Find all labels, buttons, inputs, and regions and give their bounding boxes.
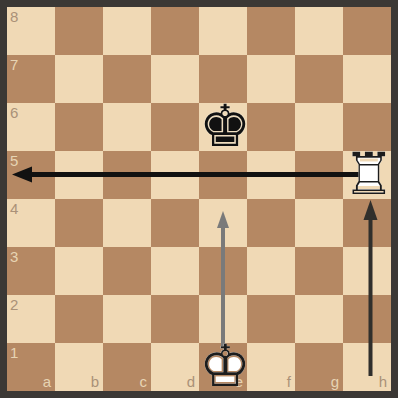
piece-black-king[interactable]: ♚ xyxy=(199,103,247,151)
square-c3[interactable] xyxy=(103,247,151,295)
square-b7[interactable] xyxy=(55,55,103,103)
square-g3[interactable] xyxy=(295,247,343,295)
rank-label-1: 1 xyxy=(10,345,18,360)
square-c2[interactable] xyxy=(103,295,151,343)
black-king-glyph: ♚ xyxy=(199,97,247,155)
file-label-c: c xyxy=(140,374,148,389)
rank-label-2: 2 xyxy=(10,297,18,312)
square-h3[interactable] xyxy=(343,247,391,295)
square-b2[interactable] xyxy=(55,295,103,343)
rank-label-6: 6 xyxy=(10,105,18,120)
square-f1[interactable]: f xyxy=(247,343,295,391)
square-g8[interactable] xyxy=(295,7,343,55)
square-c1[interactable]: c xyxy=(103,343,151,391)
square-h7[interactable] xyxy=(343,55,391,103)
rank-label-4: 4 xyxy=(10,201,18,216)
square-a7[interactable]: 7 xyxy=(7,55,55,103)
square-b1[interactable]: b xyxy=(55,343,103,391)
file-label-b: b xyxy=(91,374,99,389)
square-d7[interactable] xyxy=(151,55,199,103)
square-d3[interactable] xyxy=(151,247,199,295)
square-d2[interactable] xyxy=(151,295,199,343)
square-g4[interactable] xyxy=(295,199,343,247)
square-b3[interactable] xyxy=(55,247,103,295)
square-h8[interactable] xyxy=(343,7,391,55)
square-a8[interactable]: 8 xyxy=(7,7,55,55)
square-f4[interactable] xyxy=(247,199,295,247)
square-a5[interactable]: 5 xyxy=(7,151,55,199)
square-a6[interactable]: 6 xyxy=(7,103,55,151)
square-f8[interactable] xyxy=(247,7,295,55)
square-f5[interactable] xyxy=(247,151,295,199)
square-g5[interactable] xyxy=(295,151,343,199)
square-e8[interactable] xyxy=(199,7,247,55)
rank-label-3: 3 xyxy=(10,249,18,264)
square-d1[interactable]: d xyxy=(151,343,199,391)
square-b8[interactable] xyxy=(55,7,103,55)
white-king-glyph: ♔ xyxy=(199,337,247,395)
file-label-h: h xyxy=(379,374,387,389)
square-g6[interactable] xyxy=(295,103,343,151)
square-b6[interactable] xyxy=(55,103,103,151)
square-a2[interactable]: 2 xyxy=(7,295,55,343)
rank-label-7: 7 xyxy=(10,57,18,72)
square-c5[interactable] xyxy=(103,151,151,199)
square-e3[interactable] xyxy=(199,247,247,295)
square-d5[interactable] xyxy=(151,151,199,199)
square-f3[interactable] xyxy=(247,247,295,295)
square-f2[interactable] xyxy=(247,295,295,343)
square-a3[interactable]: 3 xyxy=(7,247,55,295)
square-c7[interactable] xyxy=(103,55,151,103)
square-f7[interactable] xyxy=(247,55,295,103)
file-label-d: d xyxy=(187,374,195,389)
square-c6[interactable] xyxy=(103,103,151,151)
square-d8[interactable] xyxy=(151,7,199,55)
white-rook-glyph: ♖ xyxy=(343,145,391,203)
square-c4[interactable] xyxy=(103,199,151,247)
square-a4[interactable]: 4 xyxy=(7,199,55,247)
rank-label-5: 5 xyxy=(10,153,18,168)
square-c8[interactable] xyxy=(103,7,151,55)
file-label-g: g xyxy=(331,374,339,389)
rank-label-8: 8 xyxy=(10,9,18,24)
square-b4[interactable] xyxy=(55,199,103,247)
piece-white-rook[interactable]: ♜♖ xyxy=(343,151,391,199)
square-g1[interactable]: g xyxy=(295,343,343,391)
chess-board-stage: 87654321abcdefgh ♚♜♖♚♔ xyxy=(0,0,398,398)
square-e4[interactable] xyxy=(199,199,247,247)
square-h2[interactable] xyxy=(343,295,391,343)
square-f6[interactable] xyxy=(247,103,295,151)
square-d6[interactable] xyxy=(151,103,199,151)
square-b5[interactable] xyxy=(55,151,103,199)
square-h1[interactable]: h xyxy=(343,343,391,391)
file-label-f: f xyxy=(287,374,291,389)
file-label-a: a xyxy=(43,374,51,389)
square-d4[interactable] xyxy=(151,199,199,247)
square-g7[interactable] xyxy=(295,55,343,103)
square-a1[interactable]: 1a xyxy=(7,343,55,391)
square-g2[interactable] xyxy=(295,295,343,343)
piece-white-king[interactable]: ♚♔ xyxy=(199,343,247,391)
